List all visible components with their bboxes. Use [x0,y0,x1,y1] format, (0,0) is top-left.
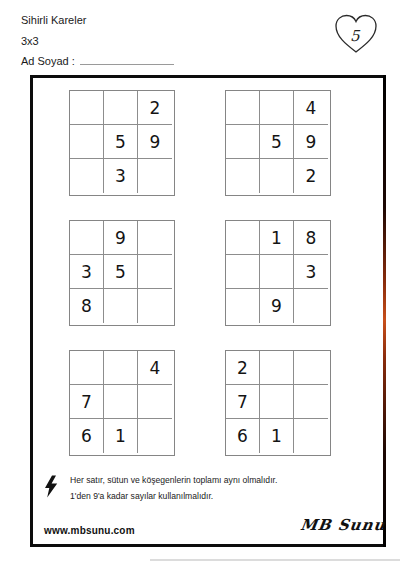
cell-r1c1[interactable] [226,91,260,125]
cell-r1c1[interactable] [226,221,260,255]
worksheet-frame: 2593 4592 9358 1839 4761 2761 Her satır,… [30,75,386,547]
cell-r2c2[interactable] [260,255,294,289]
cell-r3c3[interactable] [138,289,172,323]
badge-number: 5 [350,27,361,45]
cell-r1c2: 1 [260,221,294,255]
cell-r1c3[interactable] [294,351,328,385]
cell-r2c3[interactable] [138,255,172,289]
heart-icon: 5 [333,12,379,56]
cell-r1c3: 8 [294,221,328,255]
magic-square-grid: 4592 [225,90,331,196]
cell-r2c2[interactable] [260,385,294,419]
cell-r3c2: 1 [260,419,294,453]
cell-r1c3: 2 [138,91,172,125]
magic-square-grid: 1839 [225,220,331,326]
instructions-block: Her satır, sütun ve köşegenlerin toplamı… [44,472,277,504]
cell-r2c1: 7 [70,385,104,419]
cell-r3c1: 6 [70,419,104,453]
lightning-bolt-icon [44,475,58,498]
cell-r1c1[interactable] [70,351,104,385]
cell-r2c2[interactable] [104,385,138,419]
cell-r1c2[interactable] [104,351,138,385]
cell-r3c2: 1 [104,419,138,453]
cell-r1c3: 4 [294,91,328,125]
cell-r2c3: 9 [138,125,172,159]
cell-r3c1[interactable] [70,159,104,193]
cell-r1c1[interactable] [70,221,104,255]
cell-r3c2: 3 [104,159,138,193]
cell-r1c3[interactable] [138,221,172,255]
name-label: Ad Soyad : [21,55,75,67]
cell-r3c1[interactable] [226,159,260,193]
page-title: Sihirli Kareler [21,14,86,26]
name-field: Ad Soyad : [21,55,174,67]
cell-r2c3[interactable] [138,385,172,419]
cell-r1c3: 4 [138,351,172,385]
cell-r1c2[interactable] [260,351,294,385]
magic-square-grid: 9358 [69,220,175,326]
magic-square-grid: 2593 [69,90,175,196]
cell-r2c1: 3 [70,255,104,289]
cell-r1c1[interactable] [70,91,104,125]
cell-r3c2: 9 [260,289,294,323]
frame-right-accent [383,75,386,547]
cell-r1c2[interactable] [104,91,138,125]
cell-r2c3: 3 [294,255,328,289]
cell-r1c2[interactable] [260,91,294,125]
author-signature: MB Sunu [292,516,395,534]
magic-square-grids: 2593 4592 9358 1839 4761 2761 [69,90,331,456]
cell-r3c3[interactable] [138,159,172,193]
cell-r3c1: 8 [70,289,104,323]
page-edge-shadow [150,559,400,561]
cell-r3c2[interactable] [260,159,294,193]
cell-r3c1: 6 [226,419,260,453]
instruction-line-2: 1'den 9'a kadar sayılar kullanılmalıdır. [70,488,277,504]
instruction-line-1: Her satır, sütun ve köşegenlerin toplamı… [70,472,277,488]
score-heart-badge: 5 [333,12,379,56]
cell-r3c3[interactable] [294,419,328,453]
cell-r2c3: 9 [294,125,328,159]
page-subtitle: 3x3 [21,35,39,47]
cell-r2c1[interactable] [70,125,104,159]
cell-r3c1[interactable] [226,289,260,323]
cell-r2c1[interactable] [226,255,260,289]
cell-r3c3[interactable] [294,289,328,323]
magic-square-grid: 2761 [225,350,331,456]
magic-square-grid: 4761 [69,350,175,456]
cell-r2c1: 7 [226,385,260,419]
cell-r1c1: 2 [226,351,260,385]
cell-r2c2: 5 [104,255,138,289]
cell-r1c2: 9 [104,221,138,255]
website-url: www.mbsunu.com [44,525,135,536]
cell-r2c2: 5 [104,125,138,159]
name-input-line[interactable] [80,55,174,65]
cell-r2c2: 5 [260,125,294,159]
cell-r3c3: 2 [294,159,328,193]
cell-r2c3[interactable] [294,385,328,419]
cell-r2c1[interactable] [226,125,260,159]
cell-r3c3[interactable] [138,419,172,453]
cell-r3c2[interactable] [104,289,138,323]
